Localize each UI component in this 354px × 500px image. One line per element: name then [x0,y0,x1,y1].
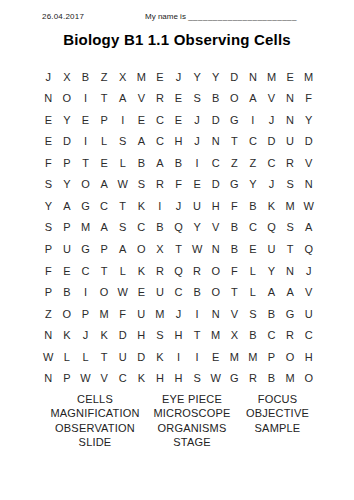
grid-cell: U [281,131,300,153]
grid-cell: F [39,152,58,174]
grid-cell: D [225,66,244,88]
grid-cell: T [169,238,188,260]
grid-cell: J [262,174,281,196]
grid-cell: D [206,174,225,196]
grid-cell: Q [262,217,281,239]
grid-cell: M [95,303,114,325]
grid-cell: F [169,174,188,196]
grid-cell: J [169,195,188,217]
grid-cell: Y [262,260,281,282]
name-label: My name is [145,12,188,21]
grid-cell: B [244,195,263,217]
grid-cell: L [113,260,132,282]
grid-cell: F [299,88,318,110]
grid-cell: O [281,346,300,368]
grid-cell: T [95,260,114,282]
grid-cell: A [95,174,114,196]
grid-cell: W [76,367,95,389]
grid-cell: C [299,324,318,346]
grid-cell: I [76,281,95,303]
grid-cell: O [132,238,151,260]
grid-cell: V [95,367,114,389]
grid-cell: J [169,303,188,325]
grid-cell: N [281,88,300,110]
grid-cell: Y [188,66,207,88]
grid-cell: U [113,346,132,368]
grid-cell: S [39,217,58,239]
grid-cell: Y [188,217,207,239]
grid-cell: T [76,152,95,174]
grid-cell: W [188,238,207,260]
grid-cell: L [244,281,263,303]
grid-cell: T [188,324,207,346]
grid-cell: B [262,367,281,389]
grid-cell: A [113,88,132,110]
grid-cell: L [76,346,95,368]
grid-cell: I [113,109,132,131]
grid-cell: P [58,217,77,239]
grid-cell: Y [206,66,225,88]
grid-cell: S [281,174,300,196]
grid-cell: D [132,346,151,368]
grid-cell: M [132,66,151,88]
grid-cell: P [262,346,281,368]
grid-cell: E [132,281,151,303]
grid-cell: R [244,367,263,389]
grid-cell: R [281,324,300,346]
grid-cell: C [206,152,225,174]
grid-cell: M [244,346,263,368]
grid-cell: U [58,238,77,260]
grid-cell: R [188,260,207,282]
grid-cell: S [132,174,151,196]
grid-cell: X [151,238,170,260]
grid-cell: T [95,88,114,110]
grid-cell: I [244,109,263,131]
word-bank-item: FOCUS [230,392,325,406]
grid-cell: B [262,303,281,325]
grid-cell: V [299,152,318,174]
grid-cell: J [188,109,207,131]
grid-cell: E [76,109,95,131]
grid-cell: E [169,88,188,110]
word-bank-column-3: FOCUSOBJECTIVESAMPLE [230,392,325,435]
grid-cell: O [58,88,77,110]
grid-cell: K [151,346,170,368]
grid-cell: I [188,303,207,325]
grid-cell: N [39,367,58,389]
grid-cell: C [76,260,95,282]
grid-cell: W [113,174,132,196]
grid-cell: O [58,303,77,325]
grid-cell: E [188,174,207,196]
grid-cell: S [39,174,58,196]
grid-cell: J [39,66,58,88]
grid-cell: J [169,66,188,88]
grid-cell: A [132,131,151,153]
grid-cell: I [169,346,188,368]
grid-cell: P [39,238,58,260]
grid-cell: C [262,152,281,174]
grid-cell: H [132,324,151,346]
grid-cell: M [281,367,300,389]
grid-cell: G [76,195,95,217]
grid-cell: H [299,346,318,368]
grid-cell: B [132,152,151,174]
grid-cell: I [188,152,207,174]
grid-cell: C [95,195,114,217]
grid-cell: T [225,131,244,153]
grid-cell: X [225,324,244,346]
grid-cell: B [225,238,244,260]
grid-cell: X [113,66,132,88]
grid-cell: P [58,367,77,389]
grid-cell: C [169,281,188,303]
grid-cell: W [206,367,225,389]
name-line: My name is ______________________ [145,12,297,21]
grid-cell: M [262,66,281,88]
grid-cell: O [206,281,225,303]
grid-cell: E [281,66,300,88]
grid-cell: P [76,303,95,325]
grid-cell: K [132,367,151,389]
grid-cell: J [299,260,318,282]
grid-cell: P [95,238,114,260]
grid-cell: C [244,131,263,153]
word-bank-item: STAGE [137,435,247,449]
grid-cell: G [225,109,244,131]
grid-cell: C [151,131,170,153]
grid-cell: O [95,281,114,303]
grid-cell: K [262,195,281,217]
grid-cell: M [206,324,225,346]
grid-cell: B [225,217,244,239]
grid-cell: V [225,303,244,325]
grid-cell: R [151,174,170,196]
grid-cell: Z [95,66,114,88]
grid-cell: M [76,217,95,239]
grid-cell: L [113,152,132,174]
grid-cell: O [225,88,244,110]
grid-cell: U [262,238,281,260]
grid-cell: E [39,131,58,153]
grid-cell: G [225,367,244,389]
grid-cell: D [262,131,281,153]
grid-cell: I [188,346,207,368]
grid-cell: A [151,152,170,174]
grid-cell: C [132,217,151,239]
grid-cell: O [299,367,318,389]
grid-cell: B [188,281,207,303]
grid-cell: L [244,260,263,282]
grid-cell: F [225,195,244,217]
grid-cell: P [95,109,114,131]
grid-cell: E [95,152,114,174]
grid-cell: N [244,66,263,88]
grid-cell: A [299,217,318,239]
grid-cell: M [281,195,300,217]
grid-cell: F [225,260,244,282]
grid-cell: B [169,152,188,174]
grid-cell: N [39,324,58,346]
grid-cell: H [151,367,170,389]
grid-cell: K [95,324,114,346]
grid-cell: D [299,131,318,153]
grid-cell: K [132,260,151,282]
grid-cell: F [39,260,58,282]
grid-cell: T [225,281,244,303]
grid-cell: N [281,109,300,131]
grid-cell: K [58,324,77,346]
word-bank-item: OBJECTIVE [230,406,325,420]
grid-cell: N [281,260,300,282]
grid-cell: I [76,88,95,110]
grid-cell: B [76,66,95,88]
grid-cell: A [58,195,77,217]
grid-cell: A [244,88,263,110]
grid-cell: B [244,324,263,346]
grid-cell: V [262,88,281,110]
grid-cell: C [113,367,132,389]
grid-cell: S [188,88,207,110]
grid-cell: E [151,66,170,88]
grid-cell: A [281,281,300,303]
grid-cell: W [299,195,318,217]
grid-cell: Q [169,217,188,239]
grid-cell: W [113,281,132,303]
grid-cell: R [281,152,300,174]
grid-cell: W [39,346,58,368]
grid-cell: B [206,88,225,110]
grid-cell: X [58,66,77,88]
grid-cell: M [151,303,170,325]
grid-cell: E [169,109,188,131]
grid-cell: T [113,195,132,217]
grid-cell: S [188,367,207,389]
grid-cell: N [206,131,225,153]
grid-cell: Z [39,303,58,325]
grid-cell: U [151,281,170,303]
grid-cell: U [188,195,207,217]
grid-cell: E [39,109,58,131]
grid-cell: C [262,324,281,346]
grid-cell: E [244,238,263,260]
grid-cell: D [58,131,77,153]
grid-cell: N [39,88,58,110]
grid-cell: C [151,109,170,131]
grid-cell: J [76,324,95,346]
grid-cell: G [225,174,244,196]
grid-cell: M [299,66,318,88]
worksheet-page: 26.04.2017 My name is __________________… [0,0,354,500]
grid-cell: Q [169,260,188,282]
grid-cell: U [132,303,151,325]
grid-cell: Z [244,152,263,174]
grid-cell: V [299,281,318,303]
grid-cell: O [206,260,225,282]
grid-cell: B [58,281,77,303]
word-search-grid: JXBZXMEJYYDNMEMNOITAVRESBOAVNFEYEPIECEJD… [39,66,318,389]
grid-cell: L [95,131,114,153]
grid-cell: S [281,217,300,239]
grid-cell: S [151,324,170,346]
grid-cell: U [299,303,318,325]
word-bank-item: SAMPLE [230,421,325,435]
grid-cell: D [206,109,225,131]
grid-cell: P [58,152,77,174]
grid-cell: G [281,303,300,325]
grid-cell: V [132,88,151,110]
grid-cell: Y [58,109,77,131]
grid-cell: M [225,346,244,368]
grid-cell: R [151,88,170,110]
grid-cell: Y [244,174,263,196]
grid-cell: A [262,281,281,303]
grid-cell: Y [39,195,58,217]
grid-cell: J [188,131,207,153]
grid-cell: S [113,131,132,153]
grid-cell: B [151,217,170,239]
page-title: Biology B1 1.1 Observing Cells [0,31,354,48]
grid-cell: E [58,260,77,282]
grid-cell: Z [225,152,244,174]
grid-cell: A [95,217,114,239]
grid-cell: E [206,346,225,368]
grid-cell: Q [299,238,318,260]
grid-cell: N [299,174,318,196]
grid-cell: F [113,303,132,325]
name-blank: ______________________ [188,12,297,21]
date-label: 26.04.2017 [42,12,84,21]
grid-cell: V [206,217,225,239]
grid-cell: H [206,195,225,217]
grid-cell: P [39,281,58,303]
grid-cell: E [132,109,151,131]
grid-cell: N [206,303,225,325]
grid-cell: L [58,346,77,368]
grid-cell: T [281,238,300,260]
grid-cell: N [206,238,225,260]
grid-cell: Y [299,109,318,131]
grid-cell: C [244,217,263,239]
grid-cell: S [113,217,132,239]
grid-cell: O [76,174,95,196]
grid-cell: J [262,109,281,131]
grid-cell: S [244,303,263,325]
grid-cell: H [169,131,188,153]
grid-cell: D [113,324,132,346]
grid-cell: Y [58,174,77,196]
grid-cell: K [132,195,151,217]
grid-cell: G [76,238,95,260]
grid-cell: R [151,260,170,282]
grid-cell: H [169,324,188,346]
grid-cell: H [169,367,188,389]
grid-cell: I [151,195,170,217]
grid-cell: T [95,346,114,368]
grid-cell: I [76,131,95,153]
grid-cell: A [113,238,132,260]
